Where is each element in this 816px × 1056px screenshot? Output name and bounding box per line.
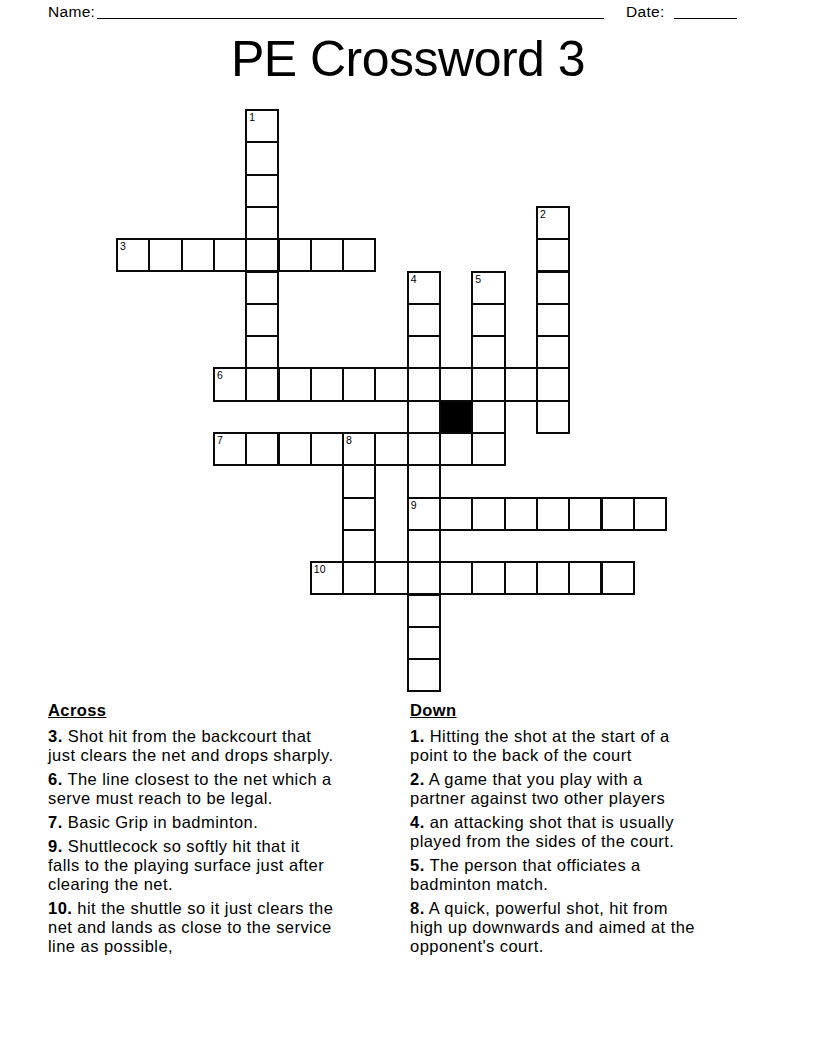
page-title: PE Crossword 3	[0, 33, 816, 86]
grid-cell[interactable]	[633, 497, 667, 531]
grid-cell[interactable]	[342, 561, 376, 595]
down-clue-list: 1. Hitting the shot at the start of apoi…	[410, 727, 780, 957]
grid-cell[interactable]	[407, 529, 441, 563]
grid-cell[interactable]	[310, 432, 344, 466]
grid-cell[interactable]	[374, 561, 408, 595]
grid-cell[interactable]	[278, 238, 312, 272]
grid-cell[interactable]	[439, 367, 473, 401]
grid-cell[interactable]: 7	[213, 432, 247, 466]
clue-number: 5	[475, 273, 481, 285]
grid-cell[interactable]	[342, 529, 376, 563]
grid-cell[interactable]	[439, 497, 473, 531]
clue-number: 2	[540, 208, 546, 220]
grid-cell[interactable]	[148, 238, 182, 272]
grid-cell[interactable]	[536, 303, 570, 337]
grid-cell[interactable]	[504, 367, 538, 401]
date-input-line[interactable]	[674, 0, 737, 19]
clue-item: 6. The line closest to the net which ase…	[48, 770, 418, 808]
grid-cell[interactable]	[245, 335, 279, 369]
clue-item: 10. hit the shuttle so it just clears th…	[48, 899, 418, 957]
grid-cell[interactable]	[407, 400, 441, 434]
grid-cell[interactable]	[536, 335, 570, 369]
clue-item: 2. A game that you play with apartner ag…	[410, 770, 780, 808]
grid-cell[interactable]	[407, 626, 441, 660]
down-heading: Down	[410, 701, 780, 720]
grid-cell[interactable]	[342, 367, 376, 401]
across-heading: Across	[48, 701, 418, 720]
grid-cell[interactable]	[342, 497, 376, 531]
grid-cell[interactable]	[407, 335, 441, 369]
grid-cell[interactable]	[471, 303, 505, 337]
grid-cell[interactable]	[245, 432, 279, 466]
grid-cell[interactable]: 3	[116, 238, 150, 272]
grid-cell[interactable]	[407, 367, 441, 401]
grid-cell[interactable]	[471, 400, 505, 434]
clue-item: 4. an attacking shot that is usuallyplay…	[410, 813, 780, 851]
clue-item-number: 2.	[410, 770, 425, 788]
grid-cell[interactable]	[245, 141, 279, 175]
grid-cell[interactable]	[245, 303, 279, 337]
blocked-cell	[439, 400, 473, 434]
clue-number: 3	[120, 240, 126, 252]
grid-cell[interactable]	[245, 238, 279, 272]
grid-cell[interactable]	[601, 561, 635, 595]
grid-cell[interactable]	[471, 561, 505, 595]
clue-item: 3. Shot hit from the backcourt thatjust …	[48, 727, 418, 765]
grid-cell[interactable]: 8	[342, 432, 376, 466]
clue-item: 1. Hitting the shot at the start of apoi…	[410, 727, 780, 765]
grid-cell[interactable]	[245, 271, 279, 305]
clue-item-number: 9.	[48, 837, 63, 855]
grid-cell[interactable]	[342, 238, 376, 272]
clue-item-number: 4.	[410, 813, 425, 831]
grid-cell[interactable]	[504, 497, 538, 531]
clue-item: 7. Basic Grip in badminton.	[48, 813, 418, 832]
clue-number: 1	[249, 111, 255, 123]
clue-item-number: 1.	[410, 727, 425, 745]
grid-cell[interactable]	[342, 464, 376, 498]
clue-item-number: 8.	[410, 899, 425, 917]
clue-item: 5. The person that officiates abadminton…	[410, 856, 780, 894]
grid-cell[interactable]	[504, 561, 538, 595]
clue-item: 8. A quick, powerful shot, hit fromhigh …	[410, 899, 780, 957]
grid-cell[interactable]	[536, 271, 570, 305]
grid-cell[interactable]	[245, 174, 279, 208]
grid-cell[interactable]	[310, 367, 344, 401]
grid-cell[interactable]	[471, 497, 505, 531]
grid-cell[interactable]	[407, 464, 441, 498]
grid-cell[interactable]	[407, 594, 441, 628]
grid-cell[interactable]: 10	[310, 561, 344, 595]
grid-cell[interactable]	[374, 367, 408, 401]
down-clues-column: Down 1. Hitting the shot at the start of…	[410, 701, 780, 961]
grid-cell[interactable]	[374, 432, 408, 466]
clue-item-number: 6.	[48, 770, 63, 788]
grid-cell[interactable]	[568, 497, 602, 531]
grid-cell[interactable]	[471, 335, 505, 369]
grid-cell[interactable]	[439, 432, 473, 466]
name-label: Name:	[48, 3, 95, 21]
grid-cell[interactable]	[601, 497, 635, 531]
grid-cell[interactable]	[471, 367, 505, 401]
grid-cell[interactable]	[536, 561, 570, 595]
clue-number: 4	[411, 273, 417, 285]
grid-cell[interactable]	[407, 561, 441, 595]
grid-cell[interactable]: 4	[407, 271, 441, 305]
clue-number: 6	[217, 369, 223, 381]
clue-item-number: 10.	[48, 899, 72, 917]
grid-cell[interactable]	[536, 400, 570, 434]
grid-cell[interactable]	[439, 561, 473, 595]
grid-cell[interactable]	[245, 367, 279, 401]
across-clues-column: Across 3. Shot hit from the backcourt th…	[48, 701, 418, 961]
clue-item: 9. Shuttlecock so softly hit that itfall…	[48, 837, 418, 895]
grid-cell[interactable]	[310, 238, 344, 272]
grid-cell[interactable]	[407, 658, 441, 692]
grid-cell[interactable]: 1	[245, 109, 279, 143]
grid-cell[interactable]	[471, 432, 505, 466]
clue-item-number: 3.	[48, 727, 63, 745]
clue-item-number: 7.	[48, 813, 63, 831]
clue-item-number: 5.	[410, 856, 425, 874]
grid-cell[interactable]	[536, 367, 570, 401]
across-clue-list: 3. Shot hit from the backcourt thatjust …	[48, 727, 418, 957]
grid-cell[interactable]	[181, 238, 215, 272]
grid-cell[interactable]	[568, 561, 602, 595]
grid-cell[interactable]	[536, 238, 570, 272]
grid-cell[interactable]	[245, 206, 279, 240]
clue-number: 8	[346, 434, 352, 446]
clue-number: 9	[411, 499, 417, 511]
clue-number: 7	[217, 434, 223, 446]
grid-cell[interactable]: 2	[536, 206, 570, 240]
grid-cell[interactable]: 9	[407, 497, 441, 531]
grid-cell[interactable]	[407, 432, 441, 466]
grid-cell[interactable]	[407, 303, 441, 337]
grid-cell[interactable]	[278, 367, 312, 401]
date-label: Date:	[626, 3, 665, 21]
grid-cell[interactable]	[536, 497, 570, 531]
grid-cell[interactable]	[213, 238, 247, 272]
clue-number: 10	[314, 563, 326, 575]
grid-cell[interactable]: 5	[471, 271, 505, 305]
name-input-line[interactable]	[97, 0, 604, 19]
grid-cell[interactable]: 6	[213, 367, 247, 401]
grid-cell[interactable]	[278, 432, 312, 466]
